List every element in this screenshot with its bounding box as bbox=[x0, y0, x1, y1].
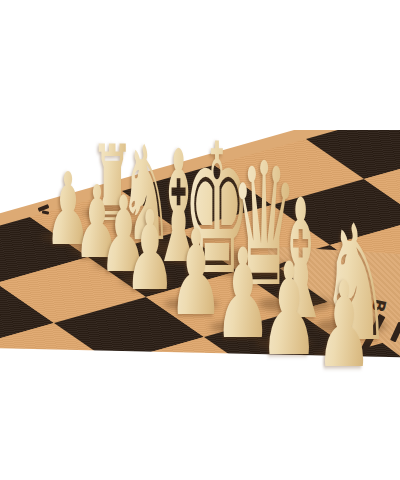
chess-set-photo: B ♟♜♞♝♚♛♝♞♟♟♟♟♟♟♟ bbox=[0, 0, 400, 480]
piece-wood-pawn: ♟ bbox=[312, 266, 376, 384]
